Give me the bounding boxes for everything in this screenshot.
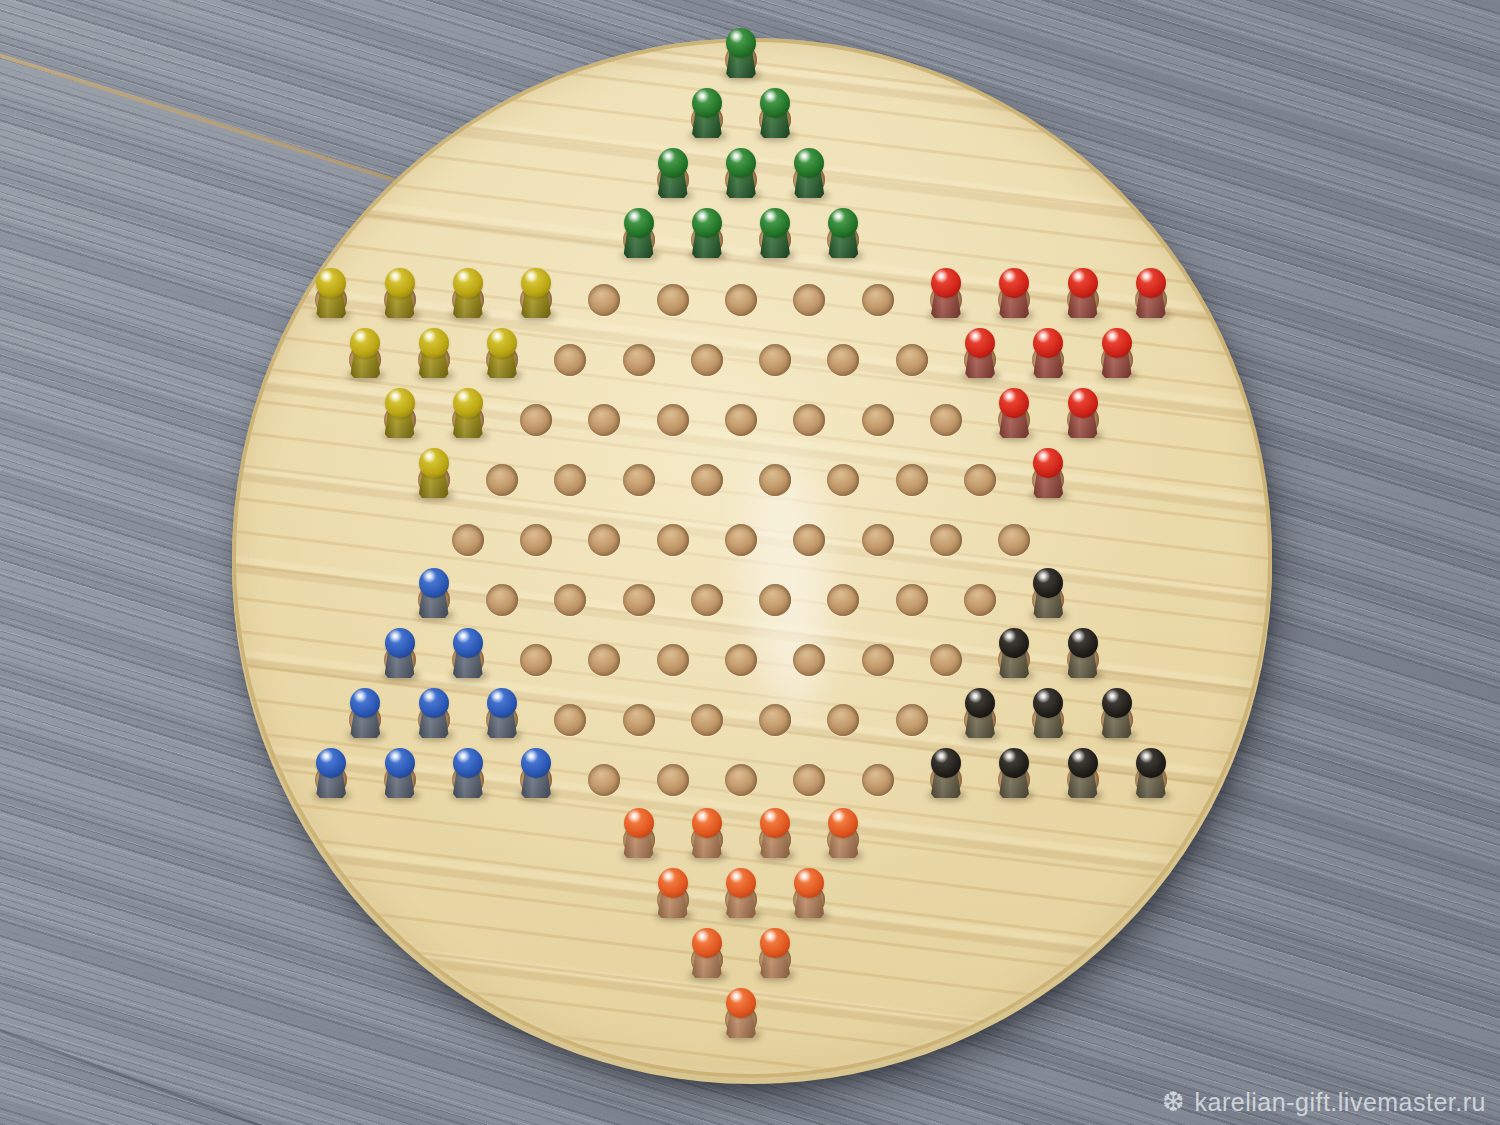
hole[interactable] bbox=[896, 344, 928, 376]
peg-ball bbox=[692, 88, 722, 118]
hole[interactable] bbox=[554, 584, 586, 616]
peg-ball bbox=[999, 268, 1029, 298]
peg-blue[interactable] bbox=[346, 688, 384, 738]
peg-ball bbox=[1068, 388, 1098, 418]
peg-black[interactable] bbox=[961, 688, 999, 738]
hole[interactable] bbox=[759, 464, 791, 496]
hole[interactable] bbox=[554, 704, 586, 736]
peg-blue[interactable] bbox=[449, 748, 487, 798]
hole[interactable] bbox=[554, 344, 586, 376]
peg-orange[interactable] bbox=[688, 808, 726, 858]
hole[interactable] bbox=[896, 584, 928, 616]
peg-ball bbox=[385, 268, 415, 298]
peg-black[interactable] bbox=[1132, 748, 1170, 798]
peg-ball bbox=[453, 268, 483, 298]
peg-red[interactable] bbox=[1029, 448, 1067, 498]
peg-ball bbox=[760, 88, 790, 118]
peg-ball bbox=[965, 688, 995, 718]
watermark-text: karelian-gift.livemaster.ru bbox=[1195, 1088, 1486, 1117]
peg-ball bbox=[726, 868, 756, 898]
peg-yellow[interactable] bbox=[449, 388, 487, 438]
peg-red[interactable] bbox=[927, 268, 965, 318]
hole[interactable] bbox=[657, 764, 689, 796]
peg-ball bbox=[385, 748, 415, 778]
peg-green[interactable] bbox=[688, 208, 726, 258]
hole[interactable] bbox=[657, 404, 689, 436]
peg-red[interactable] bbox=[1064, 388, 1102, 438]
hole[interactable] bbox=[623, 344, 655, 376]
peg-black[interactable] bbox=[995, 748, 1033, 798]
peg-red[interactable] bbox=[1029, 328, 1067, 378]
peg-black[interactable] bbox=[927, 748, 965, 798]
hole[interactable] bbox=[554, 464, 586, 496]
peg-ball bbox=[1068, 268, 1098, 298]
peg-ball bbox=[1102, 328, 1132, 358]
peg-ball bbox=[385, 628, 415, 658]
peg-orange[interactable] bbox=[722, 988, 760, 1038]
peg-yellow[interactable] bbox=[517, 268, 555, 318]
hole[interactable] bbox=[759, 704, 791, 736]
peg-orange[interactable] bbox=[688, 928, 726, 978]
peg-orange[interactable] bbox=[790, 868, 828, 918]
peg-ball bbox=[931, 268, 961, 298]
hole[interactable] bbox=[862, 524, 894, 556]
peg-black[interactable] bbox=[1029, 688, 1067, 738]
peg-black[interactable] bbox=[1029, 568, 1067, 618]
peg-green[interactable] bbox=[722, 28, 760, 78]
hole[interactable] bbox=[759, 584, 791, 616]
hole[interactable] bbox=[623, 584, 655, 616]
peg-ball bbox=[419, 568, 449, 598]
peg-ball bbox=[931, 748, 961, 778]
peg-yellow[interactable] bbox=[381, 268, 419, 318]
hole[interactable] bbox=[725, 644, 757, 676]
hole[interactable] bbox=[623, 464, 655, 496]
hole[interactable] bbox=[862, 284, 894, 316]
peg-orange[interactable] bbox=[824, 808, 862, 858]
peg-ball bbox=[658, 868, 688, 898]
peg-ball bbox=[385, 388, 415, 418]
hole[interactable] bbox=[862, 404, 894, 436]
hole[interactable] bbox=[725, 404, 757, 436]
hole[interactable] bbox=[896, 704, 928, 736]
peg-green[interactable] bbox=[790, 148, 828, 198]
hole[interactable] bbox=[725, 284, 757, 316]
peg-ball bbox=[760, 208, 790, 238]
peg-ball bbox=[999, 748, 1029, 778]
peg-ball bbox=[1136, 268, 1166, 298]
peg-black[interactable] bbox=[1064, 748, 1102, 798]
peg-green[interactable] bbox=[756, 208, 794, 258]
hole[interactable] bbox=[623, 704, 655, 736]
hole[interactable] bbox=[964, 464, 996, 496]
hole[interactable] bbox=[896, 464, 928, 496]
peg-ball bbox=[453, 748, 483, 778]
peg-yellow[interactable] bbox=[415, 328, 453, 378]
hole[interactable] bbox=[998, 524, 1030, 556]
peg-red[interactable] bbox=[1098, 328, 1136, 378]
peg-orange[interactable] bbox=[620, 808, 658, 858]
peg-ball bbox=[658, 148, 688, 178]
peg-yellow[interactable] bbox=[449, 268, 487, 318]
hole[interactable] bbox=[657, 284, 689, 316]
peg-ball bbox=[965, 328, 995, 358]
peg-ball bbox=[453, 628, 483, 658]
peg-yellow[interactable] bbox=[483, 328, 521, 378]
hole[interactable] bbox=[691, 344, 723, 376]
peg-ball bbox=[692, 808, 722, 838]
peg-ball bbox=[726, 148, 756, 178]
peg-green[interactable] bbox=[620, 208, 658, 258]
peg-yellow[interactable] bbox=[312, 268, 350, 318]
hole[interactable] bbox=[520, 404, 552, 436]
hole[interactable] bbox=[964, 584, 996, 616]
hole[interactable] bbox=[691, 584, 723, 616]
peg-ball bbox=[999, 388, 1029, 418]
peg-ball bbox=[692, 208, 722, 238]
peg-yellow[interactable] bbox=[415, 448, 453, 498]
peg-blue[interactable] bbox=[483, 688, 521, 738]
peg-green[interactable] bbox=[654, 148, 692, 198]
watermark: ❆ karelian-gift.livemaster.ru bbox=[1162, 1088, 1486, 1117]
peg-green[interactable] bbox=[722, 148, 760, 198]
peg-yellow[interactable] bbox=[381, 388, 419, 438]
peg-ball bbox=[487, 328, 517, 358]
hole[interactable] bbox=[725, 764, 757, 796]
peg-black[interactable] bbox=[995, 628, 1033, 678]
peg-ball bbox=[726, 28, 756, 58]
peg-blue[interactable] bbox=[517, 748, 555, 798]
peg-ball bbox=[760, 808, 790, 838]
peg-ball bbox=[726, 988, 756, 1018]
peg-orange[interactable] bbox=[722, 868, 760, 918]
peg-black[interactable] bbox=[1064, 628, 1102, 678]
peg-blue[interactable] bbox=[381, 748, 419, 798]
hole[interactable] bbox=[691, 464, 723, 496]
peg-ball bbox=[1068, 628, 1098, 658]
peg-green[interactable] bbox=[756, 88, 794, 138]
peg-ball bbox=[521, 268, 551, 298]
hole[interactable] bbox=[930, 644, 962, 676]
peg-blue[interactable] bbox=[415, 688, 453, 738]
peg-red[interactable] bbox=[1132, 268, 1170, 318]
peg-blue[interactable] bbox=[381, 628, 419, 678]
hole[interactable] bbox=[862, 764, 894, 796]
peg-ball bbox=[419, 688, 449, 718]
hole[interactable] bbox=[657, 644, 689, 676]
peg-ball bbox=[419, 448, 449, 478]
peg-red[interactable] bbox=[995, 388, 1033, 438]
hole[interactable] bbox=[520, 524, 552, 556]
peg-ball bbox=[760, 928, 790, 958]
peg-ball bbox=[624, 808, 654, 838]
peg-ball bbox=[419, 328, 449, 358]
snowflake-icon: ❆ bbox=[1162, 1089, 1185, 1116]
peg-orange[interactable] bbox=[756, 808, 794, 858]
hole[interactable] bbox=[930, 404, 962, 436]
peg-green[interactable] bbox=[824, 208, 862, 258]
peg-ball bbox=[1068, 748, 1098, 778]
peg-ball bbox=[999, 628, 1029, 658]
peg-ball bbox=[453, 388, 483, 418]
hole[interactable] bbox=[862, 644, 894, 676]
peg-ball bbox=[521, 748, 551, 778]
peg-red[interactable] bbox=[961, 328, 999, 378]
hole[interactable] bbox=[657, 524, 689, 556]
hole[interactable] bbox=[759, 344, 791, 376]
peg-ball bbox=[316, 748, 346, 778]
peg-ball bbox=[487, 688, 517, 718]
peg-blue[interactable] bbox=[415, 568, 453, 618]
peg-black[interactable] bbox=[1098, 688, 1136, 738]
peg-blue[interactable] bbox=[449, 628, 487, 678]
peg-green[interactable] bbox=[688, 88, 726, 138]
peg-ball bbox=[692, 928, 722, 958]
peg-ball bbox=[1136, 748, 1166, 778]
peg-red[interactable] bbox=[995, 268, 1033, 318]
peg-orange[interactable] bbox=[756, 928, 794, 978]
peg-ball bbox=[316, 268, 346, 298]
hole[interactable] bbox=[520, 644, 552, 676]
peg-red[interactable] bbox=[1064, 268, 1102, 318]
hole[interactable] bbox=[691, 704, 723, 736]
hole[interactable] bbox=[930, 524, 962, 556]
hole[interactable] bbox=[452, 524, 484, 556]
hole[interactable] bbox=[486, 584, 518, 616]
peg-ball bbox=[624, 208, 654, 238]
peg-ball bbox=[1102, 688, 1132, 718]
peg-blue[interactable] bbox=[312, 748, 350, 798]
hole[interactable] bbox=[486, 464, 518, 496]
hole[interactable] bbox=[725, 524, 757, 556]
peg-yellow[interactable] bbox=[346, 328, 384, 378]
peg-orange[interactable] bbox=[654, 868, 692, 918]
